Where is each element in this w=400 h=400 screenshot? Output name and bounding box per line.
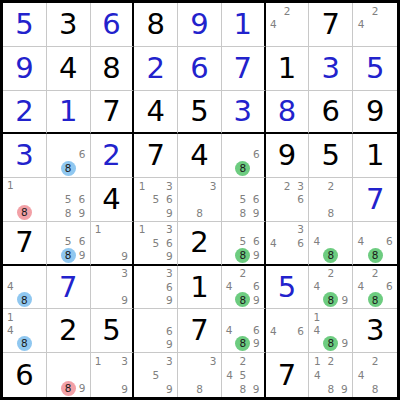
candidate-empty	[61, 148, 76, 161]
candidate-5[interactable]: 5	[149, 193, 163, 207]
cell-r2c2[interactable]: 4	[47, 47, 91, 91]
candidate-empty	[294, 4, 308, 18]
cell-r3c1[interactable]: 2	[3, 91, 47, 135]
candidate-empty	[206, 368, 220, 382]
solved-digit: 1	[234, 10, 252, 39]
candidate-empty	[223, 292, 235, 307]
cell-r2c8[interactable]: 3	[309, 47, 353, 91]
candidate-8-highlight-green[interactable]: 8	[323, 292, 338, 307]
candidate-empty	[4, 205, 17, 220]
candidate-3[interactable]: 3	[206, 179, 220, 193]
candidate-empty	[368, 280, 383, 293]
candidate-4[interactable]: 4	[354, 235, 367, 247]
cell-r3c5[interactable]: 5	[178, 91, 222, 135]
candidate-empty	[135, 310, 149, 324]
candidate-empty	[135, 294, 149, 308]
candidate-empty	[267, 206, 281, 220]
candidate-empty	[383, 223, 396, 235]
candidate-8-highlight-green[interactable]: 8	[235, 292, 250, 307]
cell-r1c8[interactable]: 7	[309, 3, 353, 47]
given-digit: 7	[190, 316, 208, 345]
candidate-4[interactable]: 4	[267, 324, 281, 338]
candidate-3[interactable]: 3	[294, 223, 308, 236]
candidate-empty	[61, 354, 76, 367]
candidate-5[interactable]: 5	[236, 368, 249, 382]
cell-r8c8[interactable]: 1489	[309, 309, 353, 353]
candidate-empty	[48, 354, 61, 367]
candidate-3[interactable]: 3	[163, 179, 177, 193]
cell-r2c5[interactable]: 6	[178, 47, 222, 91]
candidate-8-highlight-blue[interactable]: 8	[61, 161, 76, 176]
cell-r5c4[interactable]: 13569	[134, 178, 178, 222]
candidate-empty	[4, 336, 17, 351]
candidate-grid: 2468	[353, 266, 397, 309]
candidate-8-highlight-green[interactable]: 8	[235, 248, 250, 263]
cell-r1c3[interactable]: 6	[91, 3, 135, 47]
candidate-8-highlight-green[interactable]: 8	[368, 248, 383, 263]
candidate-4[interactable]: 4	[310, 368, 324, 382]
cell-r7c7[interactable]: 5	[266, 266, 310, 310]
candidate-4[interactable]: 4	[310, 235, 323, 247]
cell-r2c6[interactable]: 7	[222, 47, 266, 91]
candidate-9[interactable]: 9	[76, 381, 89, 396]
candidate-grid: 24589	[222, 353, 264, 397]
candidate-1[interactable]: 1	[4, 310, 17, 323]
cell-r4c2[interactable]: 68	[47, 134, 91, 178]
candidate-empty	[4, 192, 17, 205]
cell-r7c9[interactable]: 2468	[353, 266, 397, 310]
candidate-4[interactable]: 4	[310, 280, 323, 293]
candidate-empty	[32, 336, 45, 351]
candidate-empty	[206, 382, 220, 396]
cell-r4c9[interactable]: 1	[353, 134, 397, 178]
candidate-empty	[135, 206, 149, 220]
candidate-8-highlight-green[interactable]: 8	[323, 336, 338, 351]
candidate-2[interactable]: 2	[368, 4, 382, 18]
cell-r2c4[interactable]: 2	[134, 47, 178, 91]
candidate-8-highlight-green[interactable]: 8	[235, 161, 250, 176]
candidate-2[interactable]: 2	[368, 354, 382, 368]
candidate-9[interactable]: 9	[250, 248, 262, 263]
candidate-5[interactable]: 5	[236, 193, 249, 207]
candidate-6[interactable]: 6	[163, 236, 177, 249]
candidate-3[interactable]: 3	[294, 179, 308, 193]
candidate-9[interactable]: 9	[163, 338, 177, 352]
cell-r5c3[interactable]: 4	[91, 178, 135, 222]
cell-r1c9[interactable]: 24	[353, 3, 397, 47]
cell-r5c2[interactable]: 5689	[47, 178, 91, 222]
cell-r6c1[interactable]: 7	[3, 222, 47, 266]
cell-r7c6[interactable]: 24689	[222, 266, 266, 310]
candidate-1[interactable]: 1	[310, 310, 323, 323]
candidate-empty	[118, 223, 131, 236]
cell-r7c2[interactable]: 7	[47, 266, 91, 310]
candidate-8[interactable]: 8	[193, 382, 207, 396]
cell-r9c9[interactable]: 248	[353, 353, 397, 397]
candidate-empty	[294, 18, 308, 32]
candidate-empty	[338, 267, 351, 280]
candidate-9[interactable]: 9	[250, 292, 262, 307]
solved-digit: 9	[190, 10, 208, 39]
cell-r2c3[interactable]: 8	[91, 47, 135, 91]
candidate-grid: 39	[91, 266, 133, 309]
candidate-8[interactable]: 8	[236, 382, 249, 396]
cell-r3c4[interactable]: 4	[134, 91, 178, 135]
cell-r6c9[interactable]: 468	[353, 222, 397, 266]
given-digit: 8	[146, 10, 164, 39]
candidate-2[interactable]: 2	[368, 267, 383, 280]
cell-r9c5[interactable]: 38	[178, 353, 222, 397]
candidate-grid: 236	[266, 178, 309, 221]
candidate-4[interactable]: 4	[354, 18, 368, 32]
candidate-empty	[92, 382, 105, 396]
candidate-empty	[294, 310, 308, 324]
cell-r3c8[interactable]: 6	[309, 91, 353, 135]
given-digit: 9	[278, 141, 296, 170]
candidate-8[interactable]: 8	[324, 206, 338, 220]
candidate-1[interactable]: 1	[4, 179, 17, 192]
candidate-3[interactable]: 3	[118, 354, 131, 368]
candidate-1[interactable]: 1	[135, 179, 149, 193]
candidate-9[interactable]: 9	[76, 248, 89, 263]
candidate-6[interactable]: 6	[76, 148, 89, 161]
cell-r4c4[interactable]: 7	[134, 134, 178, 178]
candidate-empty	[323, 235, 338, 247]
cell-r6c5[interactable]: 2	[178, 222, 222, 266]
candidate-empty	[135, 382, 149, 396]
cell-r3c2[interactable]: 1	[47, 91, 91, 135]
candidate-empty	[368, 368, 382, 382]
cell-r8c9[interactable]: 3	[353, 309, 397, 353]
cell-r8c6[interactable]: 4689	[222, 309, 266, 353]
candidate-grid: 46	[266, 309, 309, 352]
candidate-3[interactable]: 3	[163, 354, 177, 368]
candidate-5[interactable]: 5	[149, 236, 163, 249]
cell-r7c8[interactable]: 2489	[309, 266, 353, 310]
cell-r8c2[interactable]: 2	[47, 309, 91, 353]
candidate-9[interactable]: 9	[338, 382, 352, 396]
candidate-empty	[118, 236, 131, 249]
candidate-empty	[48, 223, 61, 235]
candidate-empty	[32, 310, 45, 323]
candidate-5[interactable]: 5	[149, 368, 163, 382]
candidate-8-highlight-blue[interactable]: 8	[17, 336, 32, 351]
candidate-6[interactable]: 6	[249, 193, 262, 207]
cell-r4c3[interactable]: 2	[91, 134, 135, 178]
candidate-empty	[338, 368, 352, 382]
candidate-3[interactable]: 3	[163, 267, 177, 281]
candidate-2[interactable]: 2	[324, 354, 338, 368]
candidate-8-highlight-green[interactable]: 8	[235, 336, 250, 351]
candidate-6[interactable]: 6	[294, 324, 308, 338]
candidate-6[interactable]: 6	[250, 235, 262, 247]
candidate-9[interactable]: 9	[163, 249, 177, 262]
candidate-5[interactable]: 5	[61, 193, 75, 207]
candidate-empty	[310, 267, 323, 280]
candidate-1[interactable]: 1	[92, 354, 105, 368]
candidate-empty	[250, 310, 262, 323]
candidate-9[interactable]: 9	[118, 249, 131, 262]
cell-r1c2[interactable]: 3	[47, 3, 91, 47]
cell-r4c6[interactable]: 68	[222, 134, 266, 178]
cell-r7c5[interactable]: 1	[178, 266, 222, 310]
candidate-empty	[382, 382, 396, 396]
cell-r9c1[interactable]: 6	[3, 353, 47, 397]
cell-r4c1[interactable]: 3	[3, 134, 47, 178]
cell-r9c6[interactable]: 24589	[222, 353, 266, 397]
cell-r5c9[interactable]: 7	[353, 178, 397, 222]
candidate-empty	[294, 31, 308, 45]
cell-r1c6[interactable]: 1	[222, 3, 266, 47]
candidate-8[interactable]: 8	[324, 382, 338, 396]
cell-r9c8[interactable]: 12489	[309, 353, 353, 397]
cell-r1c5[interactable]: 9	[178, 3, 222, 47]
candidate-empty	[250, 135, 262, 148]
candidate-4[interactable]: 4	[267, 236, 281, 249]
candidate-empty	[206, 193, 220, 207]
cell-r6c8[interactable]: 48	[309, 222, 353, 266]
candidate-1[interactable]: 1	[92, 223, 105, 236]
candidate-empty	[267, 249, 281, 262]
candidate-empty	[149, 267, 163, 281]
candidate-2[interactable]: 2	[280, 179, 294, 193]
candidate-empty	[163, 368, 177, 382]
candidate-4[interactable]: 4	[223, 280, 235, 293]
cell-r3c7[interactable]: 8	[266, 91, 310, 135]
cell-r9c2[interactable]: 89	[47, 353, 91, 397]
candidate-9[interactable]: 9	[163, 206, 177, 220]
candidate-8-highlight-blue[interactable]: 8	[61, 248, 76, 263]
candidate-empty	[223, 148, 235, 161]
candidate-empty	[267, 4, 281, 18]
cell-r8c1[interactable]: 148	[3, 309, 47, 353]
cell-r6c4[interactable]: 13569	[134, 222, 178, 266]
candidate-6[interactable]: 6	[250, 323, 262, 336]
candidate-9[interactable]: 9	[249, 206, 262, 220]
candidate-grid: 5689	[47, 178, 90, 221]
candidate-empty	[354, 354, 368, 368]
candidate-4[interactable]: 4	[223, 368, 236, 382]
candidate-2[interactable]: 2	[236, 354, 249, 368]
candidate-8[interactable]: 8	[193, 206, 207, 220]
candidate-empty	[92, 294, 105, 308]
candidate-empty	[250, 267, 262, 280]
candidate-1[interactable]: 1	[310, 354, 324, 368]
given-digit: 4	[102, 185, 120, 214]
candidate-5[interactable]: 5	[235, 235, 250, 247]
candidate-empty	[17, 323, 32, 336]
candidate-empty	[310, 193, 324, 207]
candidate-6[interactable]: 6	[250, 148, 262, 161]
candidate-grid: 69	[134, 309, 177, 352]
candidate-empty	[149, 354, 163, 368]
candidate-empty	[135, 267, 149, 281]
cell-r6c7[interactable]: 346	[266, 222, 310, 266]
candidate-3[interactable]: 3	[206, 354, 220, 368]
candidate-empty	[32, 292, 45, 307]
cell-r1c1[interactable]: 5	[3, 3, 47, 47]
cell-r7c4[interactable]: 369	[134, 266, 178, 310]
candidate-6[interactable]: 6	[383, 280, 396, 293]
candidate-6[interactable]: 6	[76, 235, 89, 247]
candidate-empty	[149, 280, 163, 294]
candidate-9[interactable]: 9	[75, 206, 89, 220]
solved-digit: 9	[15, 54, 33, 83]
candidate-2[interactable]: 2	[323, 267, 338, 280]
candidate-empty	[76, 223, 89, 235]
candidate-empty	[382, 4, 396, 18]
candidate-9[interactable]: 9	[118, 294, 131, 308]
candidate-8-highlight-green[interactable]: 8	[323, 248, 338, 263]
solved-digit: 3	[234, 97, 252, 126]
candidate-8[interactable]: 8	[61, 206, 75, 220]
candidate-6[interactable]: 6	[75, 193, 89, 207]
candidate-empty	[4, 267, 17, 280]
cell-r4c5[interactable]: 4	[178, 134, 222, 178]
cell-r4c7[interactable]: 9	[266, 134, 310, 178]
candidate-9[interactable]: 9	[163, 382, 177, 396]
candidate-empty	[223, 161, 235, 176]
cell-r1c4[interactable]: 8	[134, 3, 178, 47]
candidate-empty	[149, 206, 163, 220]
cell-r6c6[interactable]: 5689	[222, 222, 266, 266]
candidate-empty	[235, 280, 250, 293]
candidate-empty	[267, 310, 281, 324]
candidate-empty	[135, 280, 149, 294]
candidate-4[interactable]: 4	[223, 323, 235, 336]
given-digit: 7	[278, 361, 296, 390]
candidate-empty	[61, 135, 76, 148]
candidate-6[interactable]: 6	[383, 235, 396, 247]
candidate-4[interactable]: 4	[267, 18, 281, 32]
candidate-5[interactable]: 5	[61, 235, 76, 247]
candidate-empty	[32, 179, 45, 192]
candidate-empty	[280, 18, 294, 32]
candidate-9[interactable]: 9	[338, 292, 351, 307]
candidate-empty	[105, 294, 118, 308]
candidate-3[interactable]: 3	[163, 223, 177, 236]
candidate-empty	[223, 336, 235, 351]
candidate-6[interactable]: 6	[294, 193, 308, 207]
candidate-9[interactable]: 9	[118, 382, 131, 396]
candidate-8-highlight-green[interactable]: 8	[368, 292, 383, 307]
cell-r9c7[interactable]: 7	[266, 353, 310, 397]
candidate-4[interactable]: 4	[4, 280, 17, 293]
candidate-6[interactable]: 6	[163, 280, 177, 294]
candidate-empty	[338, 354, 352, 368]
cell-r6c2[interactable]: 5689	[47, 222, 91, 266]
cell-r8c7[interactable]: 46	[266, 309, 310, 353]
candidate-empty	[17, 179, 32, 192]
candidate-8-highlight-blue[interactable]: 8	[17, 292, 32, 307]
cell-r8c5[interactable]: 7	[178, 309, 222, 353]
candidate-empty	[235, 223, 250, 235]
candidate-empty	[267, 338, 281, 352]
candidate-6[interactable]: 6	[163, 324, 177, 338]
candidate-6[interactable]: 6	[250, 280, 262, 293]
cell-r7c1[interactable]: 48	[3, 266, 47, 310]
candidate-empty	[280, 324, 294, 338]
candidate-empty	[48, 193, 62, 207]
candidate-2[interactable]: 2	[280, 4, 294, 18]
given-digit: 4	[59, 54, 77, 83]
candidate-4[interactable]: 4	[354, 368, 368, 382]
cell-r5c7[interactable]: 236	[266, 178, 310, 222]
candidate-empty	[338, 248, 351, 263]
candidate-grid: 468	[353, 222, 397, 264]
candidate-9[interactable]: 9	[249, 382, 262, 396]
candidate-8-highlight-red[interactable]: 8	[17, 205, 32, 220]
cell-r6c3[interactable]: 19	[91, 222, 135, 266]
cell-r9c4[interactable]: 359	[134, 353, 178, 397]
candidate-empty	[105, 249, 118, 262]
cell-r8c3[interactable]: 5	[91, 309, 135, 353]
cell-r1c7[interactable]: 24	[266, 3, 310, 47]
cell-r3c3[interactable]: 7	[91, 91, 135, 135]
candidate-empty	[338, 179, 352, 193]
candidate-9[interactable]: 9	[250, 336, 262, 351]
cell-r3c6[interactable]: 3	[222, 91, 266, 135]
candidate-empty	[267, 193, 281, 207]
candidate-8[interactable]: 8	[368, 382, 382, 396]
candidate-empty	[338, 206, 352, 220]
candidate-9[interactable]: 9	[338, 336, 351, 351]
candidate-6[interactable]: 6	[294, 236, 308, 249]
cell-r2c1[interactable]: 9	[3, 47, 47, 91]
candidate-empty	[193, 179, 207, 193]
candidate-9[interactable]: 9	[163, 294, 177, 308]
candidate-3[interactable]: 3	[118, 267, 131, 281]
candidate-empty	[92, 368, 105, 382]
candidate-1[interactable]: 1	[135, 223, 149, 236]
candidate-grid: 12489	[309, 353, 352, 397]
given-digit: 6	[15, 361, 33, 390]
solved-digit: 2	[15, 97, 33, 126]
candidate-empty	[368, 18, 382, 32]
candidate-empty	[48, 248, 61, 263]
candidate-8-highlight-red[interactable]: 8	[61, 381, 76, 396]
candidate-empty	[32, 267, 45, 280]
cell-r2c7[interactable]: 1	[266, 47, 310, 91]
cell-r3c9[interactable]: 9	[353, 91, 397, 135]
candidate-6[interactable]: 6	[163, 193, 177, 207]
candidate-empty	[280, 206, 294, 220]
candidate-empty	[48, 368, 61, 381]
candidate-2[interactable]: 2	[324, 179, 338, 193]
candidate-4[interactable]: 4	[354, 280, 367, 293]
candidate-empty	[323, 310, 338, 323]
cell-r8c4[interactable]: 69	[134, 309, 178, 353]
candidate-8[interactable]: 8	[236, 206, 249, 220]
candidate-empty	[324, 368, 338, 382]
candidate-empty	[193, 368, 207, 382]
cell-r5c8[interactable]: 28	[309, 178, 353, 222]
candidate-4[interactable]: 4	[4, 323, 17, 336]
given-digit: 8	[102, 54, 120, 83]
cell-r4c8[interactable]: 5	[309, 134, 353, 178]
cell-r5c6[interactable]: 5689	[222, 178, 266, 222]
candidate-empty	[17, 192, 32, 205]
cell-r5c5[interactable]: 38	[178, 178, 222, 222]
cell-r9c3[interactable]: 139	[91, 353, 135, 397]
candidate-empty	[135, 368, 149, 382]
candidate-empty	[135, 354, 149, 368]
candidate-4[interactable]: 4	[310, 323, 323, 336]
cell-r2c9[interactable]: 5	[353, 47, 397, 91]
cell-r5c1[interactable]: 18	[3, 178, 47, 222]
candidate-2[interactable]: 2	[235, 267, 250, 280]
cell-r7c3[interactable]: 39	[91, 266, 135, 310]
